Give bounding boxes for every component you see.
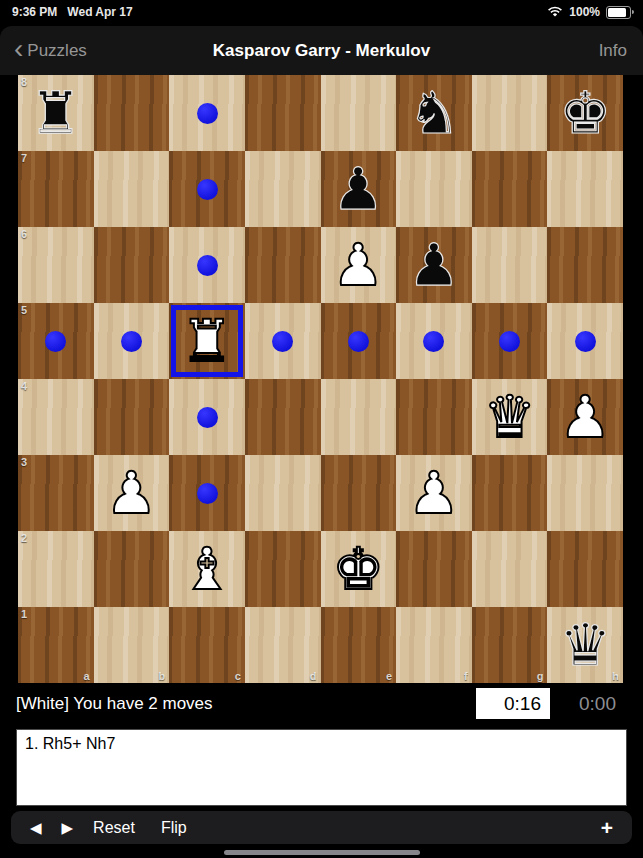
- white-rook-icon[interactable]: ♜: [181, 312, 233, 370]
- active-timer-value: 0:16: [504, 693, 541, 715]
- add-button[interactable]: +: [601, 817, 613, 838]
- square-f8[interactable]: ♞: [396, 75, 472, 151]
- step-back-button[interactable]: ◀: [30, 819, 42, 837]
- legal-move-dot-f5: [423, 331, 444, 352]
- square-e3[interactable]: [321, 455, 397, 531]
- black-queen-icon[interactable]: ♛: [559, 616, 611, 674]
- puzzle-prompt: [White] You have 2 moves: [16, 694, 213, 714]
- square-d7[interactable]: [245, 151, 321, 227]
- square-a7[interactable]: 7: [18, 151, 94, 227]
- white-pawn-icon[interactable]: ♟: [105, 464, 157, 522]
- square-b5[interactable]: [94, 303, 170, 379]
- square-c4[interactable]: [169, 379, 245, 455]
- square-e5[interactable]: [321, 303, 397, 379]
- white-bishop-icon[interactable]: ♝: [181, 540, 233, 598]
- square-c1[interactable]: c: [169, 607, 245, 683]
- square-d6[interactable]: [245, 227, 321, 303]
- move-list-text[interactable]: 1. Rh5+ Nh7: [25, 735, 115, 752]
- back-to-puzzles-button[interactable]: ‹ Puzzles: [14, 41, 87, 61]
- rank-label-2: 2: [21, 532, 27, 544]
- square-g7[interactable]: [472, 151, 548, 227]
- square-e6[interactable]: ♟: [321, 227, 397, 303]
- square-d8[interactable]: [245, 75, 321, 151]
- legal-move-dot-h5: [575, 331, 596, 352]
- rank-label-1: 1: [21, 608, 27, 620]
- square-f2[interactable]: [396, 531, 472, 607]
- chevron-left-icon: ‹: [14, 39, 23, 59]
- square-f3[interactable]: ♟: [396, 455, 472, 531]
- rank-label-4: 4: [21, 380, 27, 392]
- square-g8[interactable]: [472, 75, 548, 151]
- square-b4[interactable]: [94, 379, 170, 455]
- square-g5[interactable]: [472, 303, 548, 379]
- square-a1[interactable]: 1a: [18, 607, 94, 683]
- square-g3[interactable]: [472, 455, 548, 531]
- legal-move-dot-b5: [121, 331, 142, 352]
- clock-time: 9:36 PM: [12, 5, 57, 19]
- square-g1[interactable]: g: [472, 607, 548, 683]
- info-button[interactable]: Info: [599, 41, 627, 61]
- square-a3[interactable]: 3: [18, 455, 94, 531]
- white-king-icon[interactable]: ♚: [332, 540, 384, 598]
- white-pawn-icon[interactable]: ♟: [408, 464, 460, 522]
- square-c3[interactable]: [169, 455, 245, 531]
- square-b6[interactable]: [94, 227, 170, 303]
- square-h2[interactable]: [547, 531, 623, 607]
- square-e8[interactable]: [321, 75, 397, 151]
- rank-label-3: 3: [21, 456, 27, 468]
- black-king-icon[interactable]: ♚: [559, 84, 611, 142]
- square-g4[interactable]: ♛: [472, 379, 548, 455]
- file-label-h: h: [612, 670, 619, 682]
- square-b8[interactable]: [94, 75, 170, 151]
- white-pawn-icon[interactable]: ♟: [332, 236, 384, 294]
- square-c5[interactable]: ♜: [169, 303, 245, 379]
- square-h6[interactable]: [547, 227, 623, 303]
- secondary-timer: 0:00: [579, 688, 616, 719]
- file-label-f: f: [464, 670, 468, 682]
- square-d3[interactable]: [245, 455, 321, 531]
- square-a5[interactable]: 5: [18, 303, 94, 379]
- legal-move-dot-c6: [197, 255, 218, 276]
- move-list-panel[interactable]: 1. Rh5+ Nh7: [16, 729, 627, 806]
- legal-move-dot-g5: [499, 331, 520, 352]
- square-g6[interactable]: [472, 227, 548, 303]
- square-h7[interactable]: [547, 151, 623, 227]
- square-e4[interactable]: [321, 379, 397, 455]
- square-a8[interactable]: 8♜: [18, 75, 94, 151]
- square-d4[interactable]: [245, 379, 321, 455]
- square-c6[interactable]: [169, 227, 245, 303]
- square-h8[interactable]: ♚: [547, 75, 623, 151]
- flip-button[interactable]: Flip: [161, 819, 187, 837]
- square-b2[interactable]: [94, 531, 170, 607]
- square-a6[interactable]: 6: [18, 227, 94, 303]
- square-f4[interactable]: [396, 379, 472, 455]
- rank-label-6: 6: [21, 228, 27, 240]
- square-d2[interactable]: [245, 531, 321, 607]
- legal-move-dot-c3: [197, 483, 218, 504]
- file-label-c: c: [235, 670, 241, 682]
- square-f5[interactable]: [396, 303, 472, 379]
- legal-move-dot-a5: [45, 331, 66, 352]
- square-f1[interactable]: f: [396, 607, 472, 683]
- square-e1[interactable]: e: [321, 607, 397, 683]
- battery-icon: [606, 6, 631, 19]
- chess-board: 8♜♞♚7♟6♟♟5♜4♛♟3♟♟2♝♚1abcdefgh♛: [18, 75, 623, 683]
- black-pawn-icon[interactable]: ♟: [408, 236, 460, 294]
- wifi-icon: [547, 6, 563, 18]
- square-d1[interactable]: d: [245, 607, 321, 683]
- bottom-toolbar: ◀ ▶ Reset Flip +: [11, 811, 632, 844]
- square-b7[interactable]: [94, 151, 170, 227]
- active-timer: 0:16: [476, 688, 550, 719]
- square-e2[interactable]: ♚: [321, 531, 397, 607]
- back-button-label: Puzzles: [27, 41, 87, 61]
- square-a4[interactable]: 4: [18, 379, 94, 455]
- square-f7[interactable]: [396, 151, 472, 227]
- page-title: Kasparov Garry - Merkulov: [213, 41, 430, 61]
- square-h5[interactable]: [547, 303, 623, 379]
- square-b3[interactable]: ♟: [94, 455, 170, 531]
- legal-move-dot-d5: [272, 331, 293, 352]
- clock-date: Wed Apr 17: [67, 5, 132, 19]
- square-a2[interactable]: 2: [18, 531, 94, 607]
- file-label-e: e: [386, 670, 392, 682]
- rank-label-7: 7: [21, 152, 27, 164]
- legal-move-dot-c8: [197, 103, 218, 124]
- file-label-b: b: [159, 670, 166, 682]
- file-label-d: d: [310, 670, 317, 682]
- legal-move-dot-e5: [348, 331, 369, 352]
- square-f6[interactable]: ♟: [396, 227, 472, 303]
- square-h1[interactable]: h♛: [547, 607, 623, 683]
- square-b1[interactable]: b: [94, 607, 170, 683]
- square-h4[interactable]: ♟: [547, 379, 623, 455]
- black-pawn-icon[interactable]: ♟: [332, 160, 384, 218]
- square-e7[interactable]: ♟: [321, 151, 397, 227]
- square-c2[interactable]: ♝: [169, 531, 245, 607]
- file-label-g: g: [537, 670, 544, 682]
- puzzle-status-row: [White] You have 2 moves 0:16 0:00: [0, 688, 643, 720]
- file-label-a: a: [84, 670, 90, 682]
- white-pawn-icon[interactable]: ♟: [559, 388, 611, 446]
- square-h3[interactable]: [547, 455, 623, 531]
- status-bar: 9:36 PM Wed Apr 17 100%: [0, 0, 643, 24]
- square-c7[interactable]: [169, 151, 245, 227]
- black-knight-icon[interactable]: ♞: [408, 84, 460, 142]
- reset-button[interactable]: Reset: [93, 819, 135, 837]
- battery-percent: 100%: [569, 5, 600, 19]
- square-c8[interactable]: [169, 75, 245, 151]
- navigation-bar: ‹ Puzzles Kasparov Garry - Merkulov Info: [0, 26, 643, 75]
- square-g2[interactable]: [472, 531, 548, 607]
- legal-move-dot-c7: [197, 179, 218, 200]
- step-forward-button[interactable]: ▶: [62, 819, 74, 837]
- black-rook-icon[interactable]: ♜: [30, 84, 82, 142]
- app-window: 9:36 PM Wed Apr 17 100% ‹ Puzzles Kaspar…: [0, 0, 643, 858]
- square-d5[interactable]: [245, 303, 321, 379]
- legal-move-dot-c4: [197, 407, 218, 428]
- rank-label-8: 8: [21, 76, 27, 88]
- home-indicator[interactable]: [224, 850, 420, 855]
- white-queen-icon[interactable]: ♛: [484, 388, 536, 446]
- rank-label-5: 5: [21, 304, 27, 316]
